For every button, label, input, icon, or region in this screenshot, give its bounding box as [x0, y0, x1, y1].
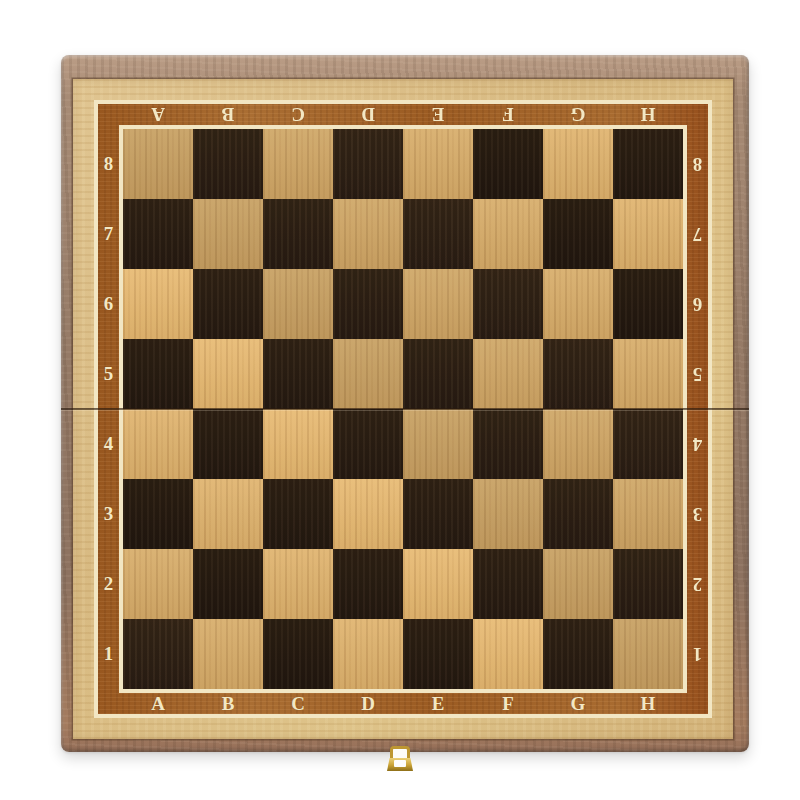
square-a5[interactable] — [123, 339, 193, 409]
square-g2[interactable] — [543, 549, 613, 619]
square-g1[interactable] — [543, 619, 613, 689]
square-e8[interactable] — [403, 129, 473, 199]
latch-body — [387, 758, 413, 771]
file-label: D — [333, 104, 403, 125]
square-h5[interactable] — [613, 339, 683, 409]
file-label: F — [473, 104, 543, 125]
file-label: H — [613, 693, 683, 714]
rank-label: 7 — [98, 199, 119, 269]
square-b3[interactable] — [193, 479, 263, 549]
square-d1[interactable] — [333, 619, 403, 689]
rank-label: 4 — [98, 409, 119, 479]
square-h1[interactable] — [613, 619, 683, 689]
file-labels-top: A B C D E F G H — [123, 104, 683, 125]
square-g7[interactable] — [543, 199, 613, 269]
square-c5[interactable] — [263, 339, 333, 409]
file-label: B — [193, 693, 263, 714]
square-c4[interactable] — [263, 409, 333, 479]
file-label: H — [613, 104, 683, 125]
square-d3[interactable] — [333, 479, 403, 549]
rank-label: 4 — [687, 409, 708, 479]
file-label: F — [473, 693, 543, 714]
square-f8[interactable] — [473, 129, 543, 199]
square-g3[interactable] — [543, 479, 613, 549]
square-e5[interactable] — [403, 339, 473, 409]
square-b2[interactable] — [193, 549, 263, 619]
brass-latch-icon — [385, 746, 415, 770]
square-e4[interactable] — [403, 409, 473, 479]
rank-label: 6 — [687, 269, 708, 339]
rank-label: 3 — [98, 479, 119, 549]
square-f6[interactable] — [473, 269, 543, 339]
square-d8[interactable] — [333, 129, 403, 199]
rank-label: 7 — [687, 199, 708, 269]
rank-label: 3 — [687, 479, 708, 549]
square-h3[interactable] — [613, 479, 683, 549]
square-b8[interactable] — [193, 129, 263, 199]
square-g4[interactable] — [543, 409, 613, 479]
rank-label: 5 — [98, 339, 119, 409]
rank-label: 5 — [687, 339, 708, 409]
file-label: G — [543, 693, 613, 714]
square-c6[interactable] — [263, 269, 333, 339]
file-label: A — [123, 104, 193, 125]
square-e3[interactable] — [403, 479, 473, 549]
square-c8[interactable] — [263, 129, 333, 199]
square-a3[interactable] — [123, 479, 193, 549]
latch-loop — [390, 746, 410, 758]
square-e6[interactable] — [403, 269, 473, 339]
square-b4[interactable] — [193, 409, 263, 479]
square-h7[interactable] — [613, 199, 683, 269]
square-e7[interactable] — [403, 199, 473, 269]
square-a8[interactable] — [123, 129, 193, 199]
rank-label: 2 — [98, 549, 119, 619]
file-label: A — [123, 693, 193, 714]
square-f4[interactable] — [473, 409, 543, 479]
rank-label: 8 — [98, 129, 119, 199]
square-h2[interactable] — [613, 549, 683, 619]
rank-label: 8 — [687, 129, 708, 199]
fold-seam — [61, 408, 749, 411]
square-h4[interactable] — [613, 409, 683, 479]
square-c3[interactable] — [263, 479, 333, 549]
walnut-frame: A B C D E F G H A B C D E F G H — [61, 55, 749, 752]
square-d2[interactable] — [333, 549, 403, 619]
square-g6[interactable] — [543, 269, 613, 339]
square-d5[interactable] — [333, 339, 403, 409]
square-d6[interactable] — [333, 269, 403, 339]
file-label: C — [263, 104, 333, 125]
chess-board: A B C D E F G H A B C D E F G H — [61, 55, 749, 752]
square-a6[interactable] — [123, 269, 193, 339]
file-label: D — [333, 693, 403, 714]
file-label: E — [403, 693, 473, 714]
square-b7[interactable] — [193, 199, 263, 269]
square-h8[interactable] — [613, 129, 683, 199]
square-a4[interactable] — [123, 409, 193, 479]
square-g5[interactable] — [543, 339, 613, 409]
rank-label: 2 — [687, 549, 708, 619]
file-label: C — [263, 693, 333, 714]
file-label: E — [403, 104, 473, 125]
square-a7[interactable] — [123, 199, 193, 269]
rank-label: 1 — [98, 619, 119, 689]
square-c2[interactable] — [263, 549, 333, 619]
file-labels-bottom: A B C D E F G H — [123, 693, 683, 714]
square-h6[interactable] — [613, 269, 683, 339]
square-c1[interactable] — [263, 619, 333, 689]
square-e1[interactable] — [403, 619, 473, 689]
file-label: B — [193, 104, 263, 125]
square-g8[interactable] — [543, 129, 613, 199]
file-label: G — [543, 104, 613, 125]
square-f7[interactable] — [473, 199, 543, 269]
square-b1[interactable] — [193, 619, 263, 689]
square-f1[interactable] — [473, 619, 543, 689]
square-b5[interactable] — [193, 339, 263, 409]
rank-label: 6 — [98, 269, 119, 339]
square-c7[interactable] — [263, 199, 333, 269]
square-d4[interactable] — [333, 409, 403, 479]
square-d7[interactable] — [333, 199, 403, 269]
square-a1[interactable] — [123, 619, 193, 689]
square-b6[interactable] — [193, 269, 263, 339]
square-a2[interactable] — [123, 549, 193, 619]
square-e2[interactable] — [403, 549, 473, 619]
square-f2[interactable] — [473, 549, 543, 619]
square-f5[interactable] — [473, 339, 543, 409]
rank-label: 1 — [687, 619, 708, 689]
square-f3[interactable] — [473, 479, 543, 549]
